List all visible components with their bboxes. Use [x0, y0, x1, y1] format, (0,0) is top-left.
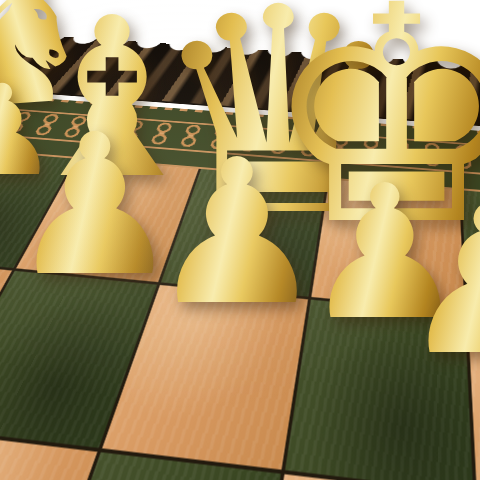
- chess-photo-scene: ♞ ♝ ♛ ♚ ♟ ♟ ♟ ♟ ♟: [0, 0, 480, 480]
- piece-pawn-f7[interactable]: ♟: [390, 179, 480, 384]
